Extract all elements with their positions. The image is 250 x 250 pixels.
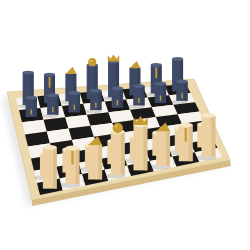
chess-set-photo bbox=[0, 0, 250, 250]
chess-board bbox=[0, 0, 250, 250]
